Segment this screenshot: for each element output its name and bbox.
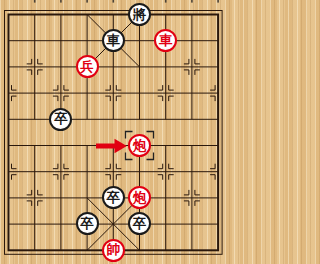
piece-character: 卒	[80, 217, 94, 231]
piece-character: 將	[133, 8, 147, 22]
piece-red-cannon[interactable]: 炮	[128, 134, 151, 157]
xiangqi-board: 將車車兵卒炮卒炮卒卒帥	[0, 0, 226, 264]
piece-black-soldier[interactable]: 卒	[102, 186, 125, 209]
piece-character: 車	[107, 34, 121, 48]
piece-red-general[interactable]: 帥	[102, 239, 125, 262]
piece-red-soldier[interactable]: 兵	[76, 55, 99, 78]
piece-character: 炮	[133, 191, 147, 205]
piece-character: 帥	[107, 243, 121, 257]
piece-character: 卒	[107, 191, 121, 205]
piece-red-cannon[interactable]: 炮	[128, 186, 151, 209]
piece-black-soldier[interactable]: 卒	[49, 108, 72, 131]
piece-character: 車	[159, 34, 173, 48]
piece-black-general[interactable]: 將	[128, 3, 151, 26]
piece-character: 卒	[133, 217, 147, 231]
piece-character: 兵	[80, 60, 94, 74]
piece-black-soldier[interactable]: 卒	[76, 212, 99, 235]
piece-red-chariot[interactable]: 車	[154, 29, 177, 52]
piece-character: 卒	[54, 112, 68, 126]
piece-black-soldier[interactable]: 卒	[128, 212, 151, 235]
pieces-layer: 將車車兵卒炮卒炮卒卒帥	[0, 1, 226, 263]
piece-black-chariot[interactable]: 車	[102, 29, 125, 52]
piece-character: 炮	[133, 139, 147, 153]
